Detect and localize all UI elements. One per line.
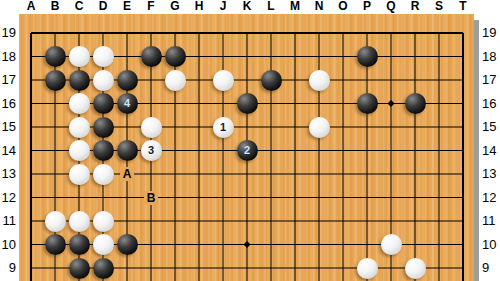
white-stone-F14[interactable]: 3 xyxy=(141,140,162,161)
white-stone-C18[interactable] xyxy=(69,46,90,67)
column-label-F: F xyxy=(147,0,154,13)
row-label-left-13: 13 xyxy=(0,167,16,181)
move-number-label: 1 xyxy=(220,122,226,133)
black-stone-B10[interactable] xyxy=(45,234,66,255)
column-label-Q: Q xyxy=(386,0,395,13)
black-stone-D9[interactable] xyxy=(93,258,114,279)
column-label-R: R xyxy=(411,0,420,13)
row-label-right-12: 12 xyxy=(482,191,500,205)
white-stone-G17[interactable] xyxy=(165,70,186,91)
row-label-left-19: 19 xyxy=(0,26,16,40)
white-stone-R9[interactable] xyxy=(405,258,426,279)
row-label-right-11: 11 xyxy=(482,214,500,228)
column-labels: ABCDEFGHJKLMNOPQRST xyxy=(19,0,474,14)
row-label-right-9: 9 xyxy=(482,261,500,275)
column-label-K: K xyxy=(243,0,252,13)
column-label-J: J xyxy=(220,0,227,13)
black-stone-D15[interactable] xyxy=(93,117,114,138)
row-label-right-14: 14 xyxy=(482,144,500,158)
black-stone-R16[interactable] xyxy=(405,93,426,114)
row-label-right-15: 15 xyxy=(482,120,500,134)
white-stone-D17[interactable] xyxy=(93,70,114,91)
white-stone-F15[interactable] xyxy=(141,117,162,138)
column-label-S: S xyxy=(435,0,443,13)
white-stone-C15[interactable] xyxy=(69,117,90,138)
column-label-O: O xyxy=(338,0,347,13)
black-stone-P18[interactable] xyxy=(357,46,378,67)
white-stone-J17[interactable] xyxy=(213,70,234,91)
column-label-G: G xyxy=(170,0,179,13)
white-stone-D13[interactable] xyxy=(93,164,114,185)
white-stone-C14[interactable] xyxy=(69,140,90,161)
row-label-left-10: 10 xyxy=(0,238,16,252)
black-stone-D16[interactable] xyxy=(93,93,114,114)
column-label-E: E xyxy=(123,0,131,13)
move-number-label: 4 xyxy=(124,98,130,109)
column-label-H: H xyxy=(195,0,204,13)
column-label-B: B xyxy=(51,0,60,13)
white-stone-Q10[interactable] xyxy=(381,234,402,255)
row-label-right-19: 19 xyxy=(482,26,500,40)
row-label-left-12: 12 xyxy=(0,191,16,205)
row-label-left-9: 9 xyxy=(0,261,16,275)
row-label-left-16: 16 xyxy=(0,97,16,111)
column-label-C: C xyxy=(75,0,84,13)
black-stone-B17[interactable] xyxy=(45,70,66,91)
row-label-left-17: 17 xyxy=(0,73,16,87)
black-stone-C10[interactable] xyxy=(69,234,90,255)
white-stone-C13[interactable] xyxy=(69,164,90,185)
row-label-left-18: 18 xyxy=(0,50,16,64)
row-label-right-18: 18 xyxy=(482,50,500,64)
row-label-right-13: 13 xyxy=(482,167,500,181)
black-stone-C9[interactable] xyxy=(69,258,90,279)
black-stone-F18[interactable] xyxy=(141,46,162,67)
column-label-L: L xyxy=(267,0,274,13)
move-number-label: 2 xyxy=(244,145,250,156)
column-label-T: T xyxy=(459,0,466,13)
column-label-A: A xyxy=(27,0,36,13)
black-stone-K16[interactable] xyxy=(237,93,258,114)
stones-layer: 4132AB xyxy=(19,21,475,280)
white-stone-D18[interactable] xyxy=(93,46,114,67)
column-label-N: N xyxy=(315,0,324,13)
black-stone-E16[interactable]: 4 xyxy=(117,93,138,114)
black-stone-L17[interactable] xyxy=(261,70,282,91)
board-mark-A[interactable]: A xyxy=(120,167,135,181)
black-stone-D14[interactable] xyxy=(93,140,114,161)
board-mark-B[interactable]: B xyxy=(144,191,159,205)
white-stone-B11[interactable] xyxy=(45,211,66,232)
row-label-right-17: 17 xyxy=(482,73,500,87)
row-label-left-15: 15 xyxy=(0,120,16,134)
white-stone-C16[interactable] xyxy=(69,93,90,114)
black-stone-E17[interactable] xyxy=(117,70,138,91)
black-stone-C17[interactable] xyxy=(69,70,90,91)
white-stone-D11[interactable] xyxy=(93,211,114,232)
black-stone-E14[interactable] xyxy=(117,140,138,161)
white-stone-N17[interactable] xyxy=(309,70,330,91)
white-stone-D10[interactable] xyxy=(93,234,114,255)
row-label-right-10: 10 xyxy=(482,238,500,252)
white-stone-C11[interactable] xyxy=(69,211,90,232)
row-label-right-16: 16 xyxy=(482,97,500,111)
row-label-left-14: 14 xyxy=(0,144,16,158)
white-stone-N15[interactable] xyxy=(309,117,330,138)
black-stone-G18[interactable] xyxy=(165,46,186,67)
row-labels-left: 191817161514131211109 xyxy=(0,14,16,281)
column-label-M: M xyxy=(290,0,300,13)
column-label-D: D xyxy=(99,0,108,13)
row-labels-right: 191817161514131211109 xyxy=(482,14,500,281)
black-stone-P16[interactable] xyxy=(357,93,378,114)
black-stone-B18[interactable] xyxy=(45,46,66,67)
board-shadow xyxy=(474,20,479,281)
column-label-P: P xyxy=(363,0,371,13)
white-stone-P9[interactable] xyxy=(357,258,378,279)
go-board[interactable]: 4132AB xyxy=(19,14,474,281)
move-number-label: 3 xyxy=(148,145,154,156)
go-board-viewer: ABCDEFGHJKLMNOPQRST 19181716151413121110… xyxy=(0,0,500,281)
black-stone-E10[interactable] xyxy=(117,234,138,255)
row-label-left-11: 11 xyxy=(0,214,16,228)
black-stone-K14[interactable]: 2 xyxy=(237,140,258,161)
white-stone-J15[interactable]: 1 xyxy=(213,117,234,138)
